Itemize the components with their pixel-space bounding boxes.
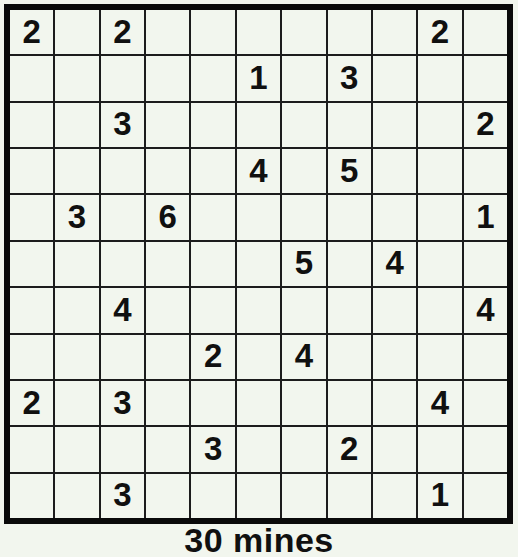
cell-empty[interactable] (55, 56, 98, 100)
cell-empty[interactable] (191, 103, 234, 147)
cell-empty[interactable] (237, 10, 280, 54)
cell-clue[interactable]: 1 (418, 474, 461, 518)
cell-empty[interactable] (146, 103, 189, 147)
cell-clue[interactable]: 3 (101, 381, 144, 425)
cell-empty[interactable] (101, 427, 144, 471)
cell-empty[interactable] (237, 474, 280, 518)
cell-empty[interactable] (191, 242, 234, 286)
cell-empty[interactable] (10, 195, 53, 239)
cell-empty[interactable] (418, 288, 461, 332)
cell-empty[interactable] (146, 149, 189, 193)
cell-empty[interactable] (282, 474, 325, 518)
cell-empty[interactable] (373, 427, 416, 471)
cell-clue[interactable]: 2 (418, 10, 461, 54)
cell-empty[interactable] (373, 381, 416, 425)
cell-empty[interactable] (282, 103, 325, 147)
cell-empty[interactable] (55, 10, 98, 54)
cell-empty[interactable] (328, 288, 371, 332)
cell-empty[interactable] (373, 149, 416, 193)
cell-clue[interactable]: 2 (464, 103, 507, 147)
cell-empty[interactable] (10, 288, 53, 332)
cell-clue[interactable]: 4 (373, 242, 416, 286)
cell-empty[interactable] (373, 335, 416, 379)
cell-empty[interactable] (101, 195, 144, 239)
cell-empty[interactable] (55, 288, 98, 332)
cell-empty[interactable] (328, 195, 371, 239)
cell-empty[interactable] (191, 149, 234, 193)
cell-empty[interactable] (464, 10, 507, 54)
cell-empty[interactable] (237, 103, 280, 147)
cell-empty[interactable] (282, 195, 325, 239)
mine-count-caption: 30 mines (0, 524, 518, 557)
cell-clue[interactable]: 5 (328, 149, 371, 193)
cell-empty[interactable] (237, 335, 280, 379)
cell-empty[interactable] (101, 242, 144, 286)
cell-clue[interactable]: 5 (282, 242, 325, 286)
cell-clue[interactable]: 2 (191, 335, 234, 379)
cell-empty[interactable] (191, 10, 234, 54)
cell-empty[interactable] (237, 381, 280, 425)
cell-clue[interactable]: 4 (282, 335, 325, 379)
cell-empty[interactable] (418, 149, 461, 193)
cell-empty[interactable] (282, 288, 325, 332)
cell-empty[interactable] (464, 335, 507, 379)
cell-empty[interactable] (191, 288, 234, 332)
cell-clue[interactable]: 2 (10, 10, 53, 54)
cell-empty[interactable] (464, 56, 507, 100)
cell-empty[interactable] (418, 242, 461, 286)
cell-empty[interactable] (464, 381, 507, 425)
cell-empty[interactable] (328, 242, 371, 286)
cell-empty[interactable] (146, 427, 189, 471)
cell-empty[interactable] (464, 427, 507, 471)
cell-clue[interactable]: 3 (101, 103, 144, 147)
cell-empty[interactable] (55, 335, 98, 379)
cell-empty[interactable] (101, 335, 144, 379)
cell-empty[interactable] (10, 56, 53, 100)
cell-empty[interactable] (55, 381, 98, 425)
cell-empty[interactable] (237, 427, 280, 471)
cell-empty[interactable] (282, 149, 325, 193)
cell-clue[interactable]: 2 (101, 10, 144, 54)
cell-clue[interactable]: 2 (10, 381, 53, 425)
cell-empty[interactable] (146, 242, 189, 286)
cell-empty[interactable] (237, 195, 280, 239)
cell-empty[interactable] (373, 10, 416, 54)
cell-empty[interactable] (418, 335, 461, 379)
cell-clue[interactable]: 4 (237, 149, 280, 193)
cell-empty[interactable] (237, 242, 280, 286)
cell-empty[interactable] (418, 56, 461, 100)
cell-empty[interactable] (10, 242, 53, 286)
cell-empty[interactable] (191, 381, 234, 425)
cell-empty[interactable] (418, 103, 461, 147)
cell-empty[interactable] (101, 56, 144, 100)
cell-empty[interactable] (328, 335, 371, 379)
cell-clue[interactable]: 4 (464, 288, 507, 332)
cell-empty[interactable] (373, 103, 416, 147)
cell-empty[interactable] (418, 195, 461, 239)
puzzle-page: 2221332453615444242343231 30 mines (0, 0, 518, 557)
cell-empty[interactable] (101, 149, 144, 193)
cell-empty[interactable] (373, 474, 416, 518)
cell-empty[interactable] (464, 474, 507, 518)
cell-empty[interactable] (55, 242, 98, 286)
cell-empty[interactable] (464, 149, 507, 193)
cell-clue[interactable]: 3 (55, 195, 98, 239)
cell-empty[interactable] (282, 427, 325, 471)
cell-empty[interactable] (191, 474, 234, 518)
cell-clue[interactable]: 6 (146, 195, 189, 239)
cell-empty[interactable] (191, 195, 234, 239)
cell-empty[interactable] (55, 149, 98, 193)
cell-empty[interactable] (10, 149, 53, 193)
cell-empty[interactable] (373, 56, 416, 100)
cell-empty[interactable] (10, 427, 53, 471)
cell-clue[interactable]: 2 (328, 427, 371, 471)
cell-empty[interactable] (10, 474, 53, 518)
cell-empty[interactable] (282, 381, 325, 425)
cell-clue[interactable]: 4 (418, 381, 461, 425)
board: 2221332453615444242343231 (4, 4, 513, 524)
cell-empty[interactable] (328, 10, 371, 54)
cell-empty[interactable] (418, 427, 461, 471)
cell-empty[interactable] (55, 474, 98, 518)
cell-empty[interactable] (146, 381, 189, 425)
cell-clue[interactable]: 1 (464, 195, 507, 239)
cell-empty[interactable] (282, 56, 325, 100)
cell-clue[interactable]: 4 (101, 288, 144, 332)
cell-empty[interactable] (282, 10, 325, 54)
cell-empty[interactable] (55, 427, 98, 471)
cell-clue[interactable]: 3 (328, 56, 371, 100)
cell-empty[interactable] (328, 381, 371, 425)
cell-empty[interactable] (328, 474, 371, 518)
cell-empty[interactable] (146, 56, 189, 100)
cell-empty[interactable] (328, 103, 371, 147)
cell-empty[interactable] (191, 56, 234, 100)
cell-empty[interactable] (146, 335, 189, 379)
cell-empty[interactable] (373, 288, 416, 332)
cell-empty[interactable] (55, 103, 98, 147)
cell-empty[interactable] (373, 195, 416, 239)
cell-empty[interactable] (146, 288, 189, 332)
cell-empty[interactable] (146, 474, 189, 518)
cell-clue[interactable]: 1 (237, 56, 280, 100)
cell-empty[interactable] (146, 10, 189, 54)
cell-empty[interactable] (10, 335, 53, 379)
cell-clue[interactable]: 3 (101, 474, 144, 518)
cell-empty[interactable] (464, 242, 507, 286)
cell-clue[interactable]: 3 (191, 427, 234, 471)
cell-empty[interactable] (10, 103, 53, 147)
cell-empty[interactable] (237, 288, 280, 332)
